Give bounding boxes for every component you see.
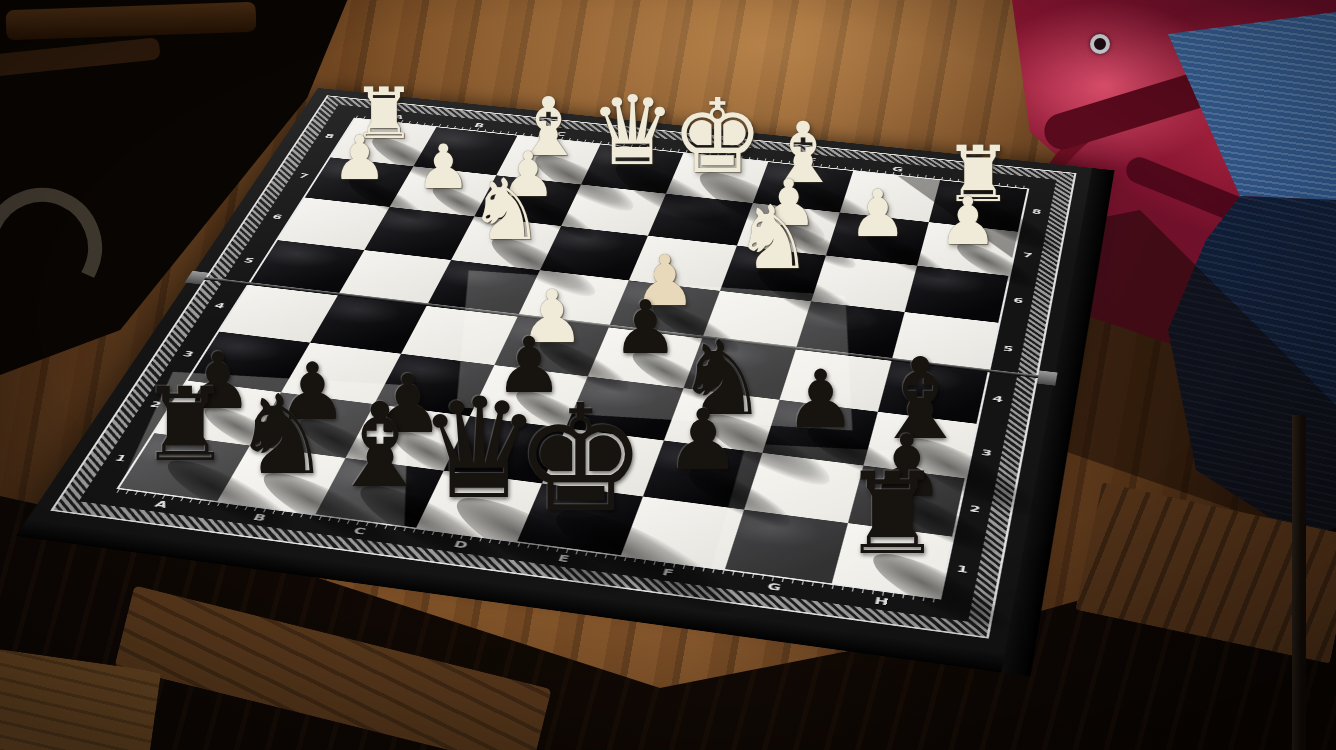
board-hinge [1037, 370, 1058, 385]
bag-grommet [1090, 34, 1110, 54]
photo-scene: ABCDEFGH ABCDEFGH 87654321 87654321 ♜♝♛♚… [0, 0, 1336, 750]
metal-table-leg [1292, 415, 1306, 750]
